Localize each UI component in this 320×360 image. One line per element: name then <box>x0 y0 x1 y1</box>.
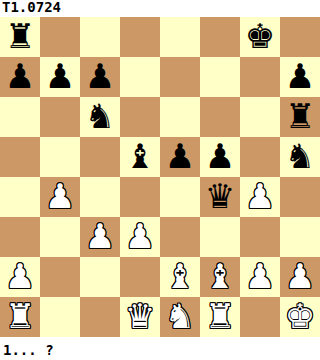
square-h8[interactable] <box>280 17 320 57</box>
black-pawn[interactable]: ♟ <box>85 57 115 96</box>
square-h6[interactable]: ♜ <box>280 97 320 137</box>
square-e3[interactable] <box>160 217 200 257</box>
square-b8[interactable] <box>40 17 80 57</box>
black-pawn[interactable]: ♟ <box>5 57 35 96</box>
square-d2[interactable] <box>120 257 160 297</box>
white-rook[interactable]: ♜ <box>205 297 235 336</box>
square-h3[interactable] <box>280 217 320 257</box>
square-g1[interactable] <box>240 297 280 337</box>
square-g2[interactable]: ♟ <box>240 257 280 297</box>
square-e6[interactable] <box>160 97 200 137</box>
square-g6[interactable] <box>240 97 280 137</box>
white-pawn[interactable]: ♟ <box>45 177 75 216</box>
square-f7[interactable] <box>200 57 240 97</box>
white-pawn[interactable]: ♟ <box>5 257 35 296</box>
square-f2[interactable]: ♝ <box>200 257 240 297</box>
white-pawn[interactable]: ♟ <box>85 217 115 256</box>
square-g3[interactable] <box>240 217 280 257</box>
square-h2[interactable]: ♟ <box>280 257 320 297</box>
black-knight[interactable]: ♞ <box>285 137 315 176</box>
white-knight[interactable]: ♞ <box>165 297 195 336</box>
square-b3[interactable] <box>40 217 80 257</box>
square-e4[interactable] <box>160 177 200 217</box>
square-d4[interactable] <box>120 177 160 217</box>
square-c8[interactable] <box>80 17 120 57</box>
black-queen[interactable]: ♛ <box>205 177 235 216</box>
square-b4[interactable]: ♟ <box>40 177 80 217</box>
square-c4[interactable] <box>80 177 120 217</box>
square-d6[interactable] <box>120 97 160 137</box>
white-rook[interactable]: ♜ <box>5 297 35 336</box>
square-d7[interactable] <box>120 57 160 97</box>
black-bishop[interactable]: ♝ <box>125 137 155 176</box>
square-a7[interactable]: ♟ <box>0 57 40 97</box>
square-d8[interactable] <box>120 17 160 57</box>
white-pawn[interactable]: ♟ <box>285 257 315 296</box>
square-e7[interactable] <box>160 57 200 97</box>
black-rook[interactable]: ♜ <box>285 97 315 136</box>
white-pawn[interactable]: ♟ <box>245 257 275 296</box>
square-a3[interactable] <box>0 217 40 257</box>
white-bishop[interactable]: ♝ <box>205 257 235 296</box>
square-f4[interactable]: ♛ <box>200 177 240 217</box>
square-a6[interactable] <box>0 97 40 137</box>
black-pawn[interactable]: ♟ <box>285 57 315 96</box>
white-king[interactable]: ♚ <box>285 297 315 336</box>
square-f5[interactable]: ♟ <box>200 137 240 177</box>
square-b1[interactable] <box>40 297 80 337</box>
chess-board: ♜♚♟♟♟♟♞♜♝♟♟♞♟♛♟♟♟♟♝♝♟♟♜♛♞♜♚ <box>0 17 320 337</box>
white-pawn[interactable]: ♟ <box>125 217 155 256</box>
square-b7[interactable]: ♟ <box>40 57 80 97</box>
puzzle-title: T1.0724 <box>0 0 320 17</box>
square-c2[interactable] <box>80 257 120 297</box>
move-prompt: 1... ? <box>0 337 320 360</box>
square-h5[interactable]: ♞ <box>280 137 320 177</box>
black-pawn[interactable]: ♟ <box>165 137 195 176</box>
square-f6[interactable] <box>200 97 240 137</box>
square-a4[interactable] <box>0 177 40 217</box>
square-g7[interactable] <box>240 57 280 97</box>
square-b5[interactable] <box>40 137 80 177</box>
square-a5[interactable] <box>0 137 40 177</box>
square-h7[interactable]: ♟ <box>280 57 320 97</box>
square-h4[interactable] <box>280 177 320 217</box>
square-a8[interactable]: ♜ <box>0 17 40 57</box>
square-g8[interactable]: ♚ <box>240 17 280 57</box>
square-b6[interactable] <box>40 97 80 137</box>
black-king[interactable]: ♚ <box>245 17 275 56</box>
square-f3[interactable] <box>200 217 240 257</box>
square-g5[interactable] <box>240 137 280 177</box>
square-e8[interactable] <box>160 17 200 57</box>
square-e2[interactable]: ♝ <box>160 257 200 297</box>
black-knight[interactable]: ♞ <box>85 97 115 136</box>
white-queen[interactable]: ♛ <box>125 297 155 336</box>
black-pawn[interactable]: ♟ <box>205 137 235 176</box>
white-bishop[interactable]: ♝ <box>165 257 195 296</box>
square-f8[interactable] <box>200 17 240 57</box>
square-c3[interactable]: ♟ <box>80 217 120 257</box>
white-pawn[interactable]: ♟ <box>245 177 275 216</box>
square-h1[interactable]: ♚ <box>280 297 320 337</box>
square-c1[interactable] <box>80 297 120 337</box>
square-c6[interactable]: ♞ <box>80 97 120 137</box>
square-a1[interactable]: ♜ <box>0 297 40 337</box>
square-b2[interactable] <box>40 257 80 297</box>
square-e1[interactable]: ♞ <box>160 297 200 337</box>
square-f1[interactable]: ♜ <box>200 297 240 337</box>
black-pawn[interactable]: ♟ <box>45 57 75 96</box>
square-c5[interactable] <box>80 137 120 177</box>
square-c7[interactable]: ♟ <box>80 57 120 97</box>
square-d1[interactable]: ♛ <box>120 297 160 337</box>
square-e5[interactable]: ♟ <box>160 137 200 177</box>
tactics-puzzle-page: { "game": "chess", "title": "T1.0724", "… <box>0 0 320 360</box>
square-d3[interactable]: ♟ <box>120 217 160 257</box>
square-g4[interactable]: ♟ <box>240 177 280 217</box>
black-rook[interactable]: ♜ <box>5 17 35 56</box>
square-d5[interactable]: ♝ <box>120 137 160 177</box>
square-a2[interactable]: ♟ <box>0 257 40 297</box>
